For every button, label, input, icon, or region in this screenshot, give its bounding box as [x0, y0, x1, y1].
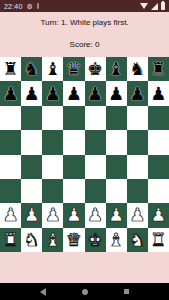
- square-f3[interactable]: [106, 179, 127, 203]
- square-e8[interactable]: ♚: [85, 57, 106, 81]
- square-b6[interactable]: [21, 106, 42, 130]
- square-f7[interactable]: ♟: [106, 81, 127, 105]
- black-pawn-piece: ♟: [108, 85, 124, 103]
- square-b3[interactable]: [21, 179, 42, 203]
- black-rook-piece: ♜: [150, 60, 166, 78]
- square-a1[interactable]: ♜: [0, 228, 21, 252]
- square-g3[interactable]: [127, 179, 148, 203]
- black-bishop-piece: ♝: [108, 60, 124, 78]
- square-h8[interactable]: ♜: [148, 57, 169, 81]
- square-c3[interactable]: [42, 179, 63, 203]
- square-h4[interactable]: [148, 155, 169, 179]
- square-e3[interactable]: [85, 179, 106, 203]
- square-b5[interactable]: [21, 130, 42, 154]
- square-e4[interactable]: [85, 155, 106, 179]
- square-e6[interactable]: [85, 106, 106, 130]
- square-h2[interactable]: ♟: [148, 203, 169, 227]
- square-d3[interactable]: [63, 179, 84, 203]
- black-pawn-piece: ♟: [150, 85, 166, 103]
- white-pawn-piece: ♟: [2, 206, 18, 224]
- square-g8[interactable]: ♞: [127, 57, 148, 81]
- notification-icon: [37, 3, 39, 9]
- square-b4[interactable]: [21, 155, 42, 179]
- square-d7[interactable]: ♟: [63, 81, 84, 105]
- black-rook-piece: ♜: [2, 60, 18, 78]
- square-d4[interactable]: [63, 155, 84, 179]
- back-icon[interactable]: [40, 288, 46, 296]
- square-a4[interactable]: [0, 155, 21, 179]
- turn-indicator: Turn: 1. White plays first.: [0, 12, 169, 27]
- square-c5[interactable]: [42, 130, 63, 154]
- gear-icon: ⚙: [27, 3, 33, 10]
- square-g2[interactable]: ♟: [127, 203, 148, 227]
- square-c6[interactable]: [42, 106, 63, 130]
- square-g5[interactable]: [127, 130, 148, 154]
- square-f6[interactable]: [106, 106, 127, 130]
- square-a5[interactable]: [0, 130, 21, 154]
- square-e1[interactable]: ♚: [85, 228, 106, 252]
- square-c8[interactable]: ♝: [42, 57, 63, 81]
- square-h6[interactable]: [148, 106, 169, 130]
- square-a2[interactable]: ♟: [0, 203, 21, 227]
- white-pawn-piece: ♟: [24, 206, 40, 224]
- android-nav-bar: [0, 283, 169, 300]
- chess-app-screen: 22:40 ⚙ Turn: 1. White plays first. Scor…: [0, 0, 169, 300]
- square-d1[interactable]: ♛: [63, 228, 84, 252]
- square-f8[interactable]: ♝: [106, 57, 127, 81]
- white-king-piece: ♚: [87, 231, 103, 249]
- square-g6[interactable]: [127, 106, 148, 130]
- white-pawn-piece: ♟: [66, 206, 82, 224]
- square-g4[interactable]: [127, 155, 148, 179]
- black-pawn-piece: ♟: [24, 85, 40, 103]
- white-pawn-piece: ♟: [129, 206, 145, 224]
- chess-board: ♜♞♝♛♚♝♞♜♟♟♟♟♟♟♟♟♟♟♟♟♟♟♟♟♜♞♝♛♚♝♞♜: [0, 57, 169, 252]
- recents-icon[interactable]: [124, 289, 129, 294]
- black-queen-piece: ♛: [66, 60, 82, 78]
- white-knight-piece: ♞: [24, 231, 40, 249]
- square-f2[interactable]: ♟: [106, 203, 127, 227]
- score-indicator: Score: 0: [0, 27, 169, 49]
- home-icon[interactable]: [82, 289, 88, 295]
- black-knight-piece: ♞: [24, 60, 40, 78]
- square-b2[interactable]: ♟: [21, 203, 42, 227]
- white-pawn-piece: ♟: [45, 206, 61, 224]
- white-rook-piece: ♜: [150, 231, 166, 249]
- square-a7[interactable]: ♟: [0, 81, 21, 105]
- white-pawn-piece: ♟: [150, 206, 166, 224]
- square-h7[interactable]: ♟: [148, 81, 169, 105]
- black-king-piece: ♚: [87, 60, 103, 78]
- square-h3[interactable]: [148, 179, 169, 203]
- white-bishop-piece: ♝: [108, 231, 124, 249]
- square-c4[interactable]: [42, 155, 63, 179]
- square-f4[interactable]: [106, 155, 127, 179]
- black-bishop-piece: ♝: [45, 60, 61, 78]
- square-c1[interactable]: ♝: [42, 228, 63, 252]
- square-b7[interactable]: ♟: [21, 81, 42, 105]
- bottom-strip: [0, 252, 169, 283]
- square-a3[interactable]: [0, 179, 21, 203]
- square-d8[interactable]: ♛: [63, 57, 84, 81]
- square-h5[interactable]: [148, 130, 169, 154]
- square-d6[interactable]: [63, 106, 84, 130]
- wifi-icon: [140, 3, 148, 9]
- square-g1[interactable]: ♞: [127, 228, 148, 252]
- square-b1[interactable]: ♞: [21, 228, 42, 252]
- status-bar: 22:40 ⚙: [0, 0, 169, 12]
- black-pawn-piece: ♟: [66, 85, 82, 103]
- square-a8[interactable]: ♜: [0, 57, 21, 81]
- square-h1[interactable]: ♜: [148, 228, 169, 252]
- square-g7[interactable]: ♟: [127, 81, 148, 105]
- white-knight-piece: ♞: [129, 231, 145, 249]
- square-e2[interactable]: ♟: [85, 203, 106, 227]
- status-icons: [140, 2, 165, 10]
- square-d2[interactable]: ♟: [63, 203, 84, 227]
- white-queen-piece: ♛: [66, 231, 82, 249]
- square-f1[interactable]: ♝: [106, 228, 127, 252]
- square-e5[interactable]: [85, 130, 106, 154]
- white-rook-piece: ♜: [2, 231, 18, 249]
- square-c2[interactable]: ♟: [42, 203, 63, 227]
- game-info: Turn: 1. White plays first. Score: 0: [0, 12, 169, 57]
- white-bishop-piece: ♝: [45, 231, 61, 249]
- black-pawn-piece: ♟: [45, 85, 61, 103]
- white-pawn-piece: ♟: [87, 206, 103, 224]
- black-pawn-piece: ♟: [87, 85, 103, 103]
- square-b8[interactable]: ♞: [21, 57, 42, 81]
- signal-icon: [151, 3, 158, 10]
- white-pawn-piece: ♟: [108, 206, 124, 224]
- square-d5[interactable]: [63, 130, 84, 154]
- battery-icon: [161, 2, 165, 10]
- black-knight-piece: ♞: [129, 60, 145, 78]
- black-pawn-piece: ♟: [129, 85, 145, 103]
- black-pawn-piece: ♟: [2, 85, 18, 103]
- square-f5[interactable]: [106, 130, 127, 154]
- square-e7[interactable]: ♟: [85, 81, 106, 105]
- clock: 22:40: [4, 3, 23, 10]
- square-a6[interactable]: [0, 106, 21, 130]
- square-c7[interactable]: ♟: [42, 81, 63, 105]
